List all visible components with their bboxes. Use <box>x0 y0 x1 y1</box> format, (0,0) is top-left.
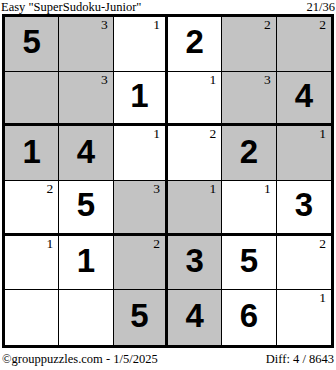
cell-r3c3: 1 <box>114 126 168 181</box>
corner-mark: 1 <box>210 72 217 87</box>
cell-r5c4: 3 <box>168 236 222 291</box>
cell-r3c1: 1 <box>5 126 59 181</box>
cell-r4c4: 1 <box>168 181 222 236</box>
corner-mark: 3 <box>101 72 108 87</box>
cell-r5c1: 1 <box>5 236 59 291</box>
corner-mark: 2 <box>319 236 326 251</box>
corner-mark: 2 <box>319 17 326 32</box>
cell-r2c5: 3 <box>222 72 276 127</box>
cell-r4c1: 2 <box>5 181 59 236</box>
cell-r6c6: 1 <box>277 290 331 345</box>
given-digit: 4 <box>185 299 203 332</box>
cell-r4c2: 5 <box>59 181 113 236</box>
cell-r3c6: 1 <box>277 126 331 181</box>
puzzle-title: Easy "SuperSudoku-Junior" <box>0 1 141 14</box>
cell-r2c3: 1 <box>114 72 168 127</box>
corner-mark: 2 <box>153 236 160 251</box>
corner-mark: 3 <box>101 17 108 32</box>
cell-r2c4: 1 <box>168 72 222 127</box>
corner-mark: 3 <box>264 72 271 87</box>
given-digit: 5 <box>240 244 258 277</box>
cell-r1c4: 2 <box>168 17 222 72</box>
cell-r1c3: 1 <box>114 17 168 72</box>
given-digit: 3 <box>295 188 313 221</box>
given-digit: 5 <box>77 188 95 221</box>
corner-mark: 1 <box>319 126 326 141</box>
cell-r5c3: 2 <box>114 236 168 291</box>
cell-r4c5: 1 <box>222 181 276 236</box>
footer: ©grouppuzzles.com - 1/5/2025 Diff: 4 / 8… <box>0 351 336 367</box>
cell-r5c2: 1 <box>59 236 113 291</box>
corner-mark: 1 <box>319 290 326 305</box>
given-digit: 1 <box>22 135 40 168</box>
cell-r4c3: 3 <box>114 181 168 236</box>
corner-mark: 1 <box>153 126 160 141</box>
given-digit: 1 <box>130 79 148 112</box>
corner-mark: 3 <box>153 181 160 196</box>
corner-mark: 2 <box>264 17 271 32</box>
cell-r6c3: 5 <box>114 290 168 345</box>
corner-mark: 1 <box>153 17 160 32</box>
sudoku-board: 531222311341412212531131123525461 <box>2 14 334 348</box>
corner-mark: 1 <box>47 236 54 251</box>
copyright-date: ©grouppuzzles.com - 1/5/2025 <box>0 352 158 367</box>
given-digit: 5 <box>22 25 40 58</box>
given-digit: 1 <box>77 244 95 277</box>
corner-mark: 2 <box>210 126 217 141</box>
given-digit: 2 <box>185 25 203 58</box>
given-digit: 4 <box>295 79 313 112</box>
cell-r3c2: 4 <box>59 126 113 181</box>
cell-r1c5: 2 <box>222 17 276 72</box>
difficulty-rating: Diff: 4 / 8643 <box>266 352 336 367</box>
cell-r1c1: 5 <box>5 17 59 72</box>
cell-r1c6: 2 <box>277 17 331 72</box>
header: Easy "SuperSudoku-Junior" 21/36 <box>0 0 336 14</box>
cell-r6c4: 4 <box>168 290 222 345</box>
cell-r6c2 <box>59 290 113 345</box>
cell-r6c1 <box>5 290 59 345</box>
cell-r2c1 <box>5 72 59 127</box>
cell-r4c6: 3 <box>277 181 331 236</box>
corner-mark: 2 <box>47 181 54 196</box>
cell-r1c2: 3 <box>59 17 113 72</box>
given-digit: 4 <box>77 135 95 168</box>
given-digit: 2 <box>240 135 258 168</box>
cell-r6c5: 6 <box>222 290 276 345</box>
cell-r2c2: 3 <box>59 72 113 127</box>
given-digit: 3 <box>185 244 203 277</box>
cell-r2c6: 4 <box>277 72 331 127</box>
corner-mark: 1 <box>264 181 271 196</box>
corner-mark: 1 <box>210 181 217 196</box>
cell-r3c5: 2 <box>222 126 276 181</box>
cell-r5c5: 5 <box>222 236 276 291</box>
given-digit: 6 <box>240 299 258 332</box>
cell-r3c4: 2 <box>168 126 222 181</box>
cell-r5c6: 2 <box>277 236 331 291</box>
given-digit: 5 <box>130 299 148 332</box>
puzzle-counter: 21/36 <box>307 1 336 14</box>
